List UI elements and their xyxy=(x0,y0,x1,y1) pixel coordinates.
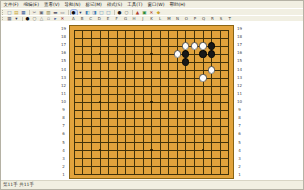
cell-Q5[interactable] xyxy=(199,138,208,146)
menu-item-4[interactable]: 标记(M) xyxy=(83,1,104,8)
cell-C18[interactable] xyxy=(87,34,96,42)
cell-G17[interactable] xyxy=(121,42,130,50)
cell-L4[interactable] xyxy=(156,146,165,154)
cell-J1[interactable] xyxy=(139,170,148,178)
cell-G2[interactable] xyxy=(121,162,130,170)
cell-D10[interactable] xyxy=(96,98,105,106)
cell-J4[interactable] xyxy=(139,146,148,154)
cell-D9[interactable] xyxy=(96,106,105,114)
cell-S10[interactable] xyxy=(216,98,225,106)
cell-J7[interactable] xyxy=(139,122,148,130)
cell-M7[interactable] xyxy=(164,122,173,130)
cell-M4[interactable] xyxy=(164,146,173,154)
cell-F13[interactable] xyxy=(113,74,122,82)
cell-E11[interactable] xyxy=(104,90,113,98)
cell-D17[interactable] xyxy=(96,42,105,50)
cell-E15[interactable] xyxy=(104,58,113,66)
cell-S13[interactable] xyxy=(216,74,225,82)
cell-B13[interactable] xyxy=(79,74,88,82)
cell-Q9[interactable] xyxy=(199,106,208,114)
cell-D19[interactable] xyxy=(96,26,105,34)
cell-K8[interactable] xyxy=(147,114,156,122)
cell-S5[interactable] xyxy=(216,138,225,146)
cell-A13[interactable] xyxy=(70,74,79,82)
cell-E17[interactable] xyxy=(104,42,113,50)
cell-N6[interactable] xyxy=(173,130,182,138)
cell-H1[interactable] xyxy=(130,170,139,178)
cell-Q17[interactable]: ○ xyxy=(199,42,208,50)
cell-K10[interactable] xyxy=(147,98,156,106)
cell-F19[interactable] xyxy=(113,26,122,34)
cell-O16[interactable]: ● xyxy=(182,50,191,58)
cell-J9[interactable] xyxy=(139,106,148,114)
cell-B2[interactable] xyxy=(79,162,88,170)
cell-K14[interactable] xyxy=(147,66,156,74)
cell-C3[interactable] xyxy=(87,154,96,162)
cell-B6[interactable] xyxy=(79,130,88,138)
cell-Q4[interactable] xyxy=(199,146,208,154)
cell-B9[interactable] xyxy=(79,106,88,114)
cell-S6[interactable] xyxy=(216,130,225,138)
cell-C8[interactable] xyxy=(87,114,96,122)
cell-T1[interactable] xyxy=(224,170,233,178)
cell-J15[interactable] xyxy=(139,58,148,66)
cell-R3[interactable] xyxy=(207,154,216,162)
cell-C19[interactable] xyxy=(87,26,96,34)
cell-H10[interactable] xyxy=(130,98,139,106)
cell-S1[interactable] xyxy=(216,170,225,178)
cell-T6[interactable] xyxy=(224,130,233,138)
cell-R16[interactable]: ● xyxy=(207,50,216,58)
cell-B11[interactable] xyxy=(79,90,88,98)
cell-N8[interactable] xyxy=(173,114,182,122)
cell-E9[interactable] xyxy=(104,106,113,114)
cell-F14[interactable] xyxy=(113,66,122,74)
cell-K19[interactable] xyxy=(147,26,156,34)
cell-T17[interactable] xyxy=(224,42,233,50)
cell-E2[interactable] xyxy=(104,162,113,170)
cell-C16[interactable] xyxy=(87,50,96,58)
cell-T15[interactable] xyxy=(224,58,233,66)
cell-G15[interactable] xyxy=(121,58,130,66)
cell-A9[interactable] xyxy=(70,106,79,114)
cell-B14[interactable] xyxy=(79,66,88,74)
cell-R1[interactable] xyxy=(207,170,216,178)
cell-D13[interactable] xyxy=(96,74,105,82)
cell-H2[interactable] xyxy=(130,162,139,170)
cell-C17[interactable] xyxy=(87,42,96,50)
cell-R13[interactable] xyxy=(207,74,216,82)
menu-item-1[interactable]: 编辑(E) xyxy=(21,1,41,8)
cell-P13[interactable] xyxy=(190,74,199,82)
cell-Q19[interactable] xyxy=(199,26,208,34)
go-board[interactable]: ○○○●○●●●●○○ xyxy=(69,25,234,179)
cell-F16[interactable] xyxy=(113,50,122,58)
cell-F17[interactable] xyxy=(113,42,122,50)
cell-T14[interactable] xyxy=(224,66,233,74)
cell-M15[interactable] xyxy=(164,58,173,66)
cell-F12[interactable] xyxy=(113,82,122,90)
cell-P11[interactable] xyxy=(190,90,199,98)
cell-P19[interactable] xyxy=(190,26,199,34)
cell-A6[interactable] xyxy=(70,130,79,138)
cell-N7[interactable] xyxy=(173,122,182,130)
cell-E16[interactable] xyxy=(104,50,113,58)
cell-Q1[interactable] xyxy=(199,170,208,178)
cell-O19[interactable] xyxy=(182,26,191,34)
cell-A11[interactable] xyxy=(70,90,79,98)
cell-O13[interactable] xyxy=(182,74,191,82)
cell-M17[interactable] xyxy=(164,42,173,50)
cell-M6[interactable] xyxy=(164,130,173,138)
cell-N9[interactable] xyxy=(173,106,182,114)
cell-O5[interactable] xyxy=(182,138,191,146)
cell-T11[interactable] xyxy=(224,90,233,98)
cell-S3[interactable] xyxy=(216,154,225,162)
cell-C2[interactable] xyxy=(87,162,96,170)
cell-J11[interactable] xyxy=(139,90,148,98)
cell-F8[interactable] xyxy=(113,114,122,122)
cell-N5[interactable] xyxy=(173,138,182,146)
cell-S4[interactable] xyxy=(216,146,225,154)
cell-A10[interactable] xyxy=(70,98,79,106)
cell-D1[interactable] xyxy=(96,170,105,178)
cell-S17[interactable] xyxy=(216,42,225,50)
cell-C13[interactable] xyxy=(87,74,96,82)
cell-A3[interactable] xyxy=(70,154,79,162)
cell-L3[interactable] xyxy=(156,154,165,162)
cell-S18[interactable] xyxy=(216,34,225,42)
cell-P10[interactable] xyxy=(190,98,199,106)
cell-O12[interactable] xyxy=(182,82,191,90)
cell-F15[interactable] xyxy=(113,58,122,66)
cell-L9[interactable] xyxy=(156,106,165,114)
cell-T19[interactable] xyxy=(224,26,233,34)
cell-R14[interactable]: ○ xyxy=(207,66,216,74)
cell-P7[interactable] xyxy=(190,122,199,130)
cell-J19[interactable] xyxy=(139,26,148,34)
cell-D18[interactable] xyxy=(96,34,105,42)
cell-F1[interactable] xyxy=(113,170,122,178)
cell-R18[interactable] xyxy=(207,34,216,42)
cell-B12[interactable] xyxy=(79,82,88,90)
cell-A19[interactable] xyxy=(70,26,79,34)
cell-S7[interactable] xyxy=(216,122,225,130)
cell-A18[interactable] xyxy=(70,34,79,42)
cell-P8[interactable] xyxy=(190,114,199,122)
cell-L2[interactable] xyxy=(156,162,165,170)
cell-J6[interactable] xyxy=(139,130,148,138)
cell-E1[interactable] xyxy=(104,170,113,178)
cell-L5[interactable] xyxy=(156,138,165,146)
cell-L8[interactable] xyxy=(156,114,165,122)
cell-K9[interactable] xyxy=(147,106,156,114)
cell-J14[interactable] xyxy=(139,66,148,74)
cell-T13[interactable] xyxy=(224,74,233,82)
cell-B3[interactable] xyxy=(79,154,88,162)
cell-B4[interactable] xyxy=(79,146,88,154)
cell-F5[interactable] xyxy=(113,138,122,146)
cell-D2[interactable] xyxy=(96,162,105,170)
cell-K6[interactable] xyxy=(147,130,156,138)
cell-E18[interactable] xyxy=(104,34,113,42)
cell-A1[interactable] xyxy=(70,170,79,178)
cell-P9[interactable] xyxy=(190,106,199,114)
cell-G7[interactable] xyxy=(121,122,130,130)
cell-N16[interactable]: ○ xyxy=(173,50,182,58)
cell-P4[interactable] xyxy=(190,146,199,154)
menu-item-3[interactable]: 导航(N) xyxy=(62,1,83,8)
cell-A5[interactable] xyxy=(70,138,79,146)
cell-N3[interactable] xyxy=(173,154,182,162)
cell-H9[interactable] xyxy=(130,106,139,114)
cell-C11[interactable] xyxy=(87,90,96,98)
cell-S16[interactable] xyxy=(216,50,225,58)
cell-O6[interactable] xyxy=(182,130,191,138)
cell-S19[interactable] xyxy=(216,26,225,34)
cell-Q16[interactable]: ● xyxy=(199,50,208,58)
cell-M2[interactable] xyxy=(164,162,173,170)
cell-G10[interactable] xyxy=(121,98,130,106)
cell-T3[interactable] xyxy=(224,154,233,162)
cell-C12[interactable] xyxy=(87,82,96,90)
cell-G18[interactable] xyxy=(121,34,130,42)
cell-T5[interactable] xyxy=(224,138,233,146)
cell-O4[interactable] xyxy=(182,146,191,154)
cell-B7[interactable] xyxy=(79,122,88,130)
cell-S2[interactable] xyxy=(216,162,225,170)
cell-M12[interactable] xyxy=(164,82,173,90)
cell-P3[interactable] xyxy=(190,154,199,162)
cell-P17[interactable]: ○ xyxy=(190,42,199,50)
cell-B19[interactable] xyxy=(79,26,88,34)
menu-item-5[interactable]: 样式(S) xyxy=(104,1,124,8)
cell-D14[interactable] xyxy=(96,66,105,74)
cell-C1[interactable] xyxy=(87,170,96,178)
cell-T4[interactable] xyxy=(224,146,233,154)
cell-L18[interactable] xyxy=(156,34,165,42)
cell-H18[interactable] xyxy=(130,34,139,42)
cell-M9[interactable] xyxy=(164,106,173,114)
cell-K1[interactable] xyxy=(147,170,156,178)
cell-J13[interactable] xyxy=(139,74,148,82)
cell-R7[interactable] xyxy=(207,122,216,130)
cell-N17[interactable] xyxy=(173,42,182,50)
cell-C14[interactable] xyxy=(87,66,96,74)
cell-A15[interactable] xyxy=(70,58,79,66)
cell-O8[interactable] xyxy=(182,114,191,122)
cell-M5[interactable] xyxy=(164,138,173,146)
cell-H11[interactable] xyxy=(130,90,139,98)
cell-D8[interactable] xyxy=(96,114,105,122)
cell-S15[interactable] xyxy=(216,58,225,66)
cell-Q8[interactable] xyxy=(199,114,208,122)
cell-O18[interactable] xyxy=(182,34,191,42)
cell-E5[interactable] xyxy=(104,138,113,146)
cell-F11[interactable] xyxy=(113,90,122,98)
cell-J8[interactable] xyxy=(139,114,148,122)
cell-L14[interactable] xyxy=(156,66,165,74)
cell-L12[interactable] xyxy=(156,82,165,90)
cell-K12[interactable] xyxy=(147,82,156,90)
cell-L16[interactable] xyxy=(156,50,165,58)
cell-J18[interactable] xyxy=(139,34,148,42)
cell-F6[interactable] xyxy=(113,130,122,138)
cell-L1[interactable] xyxy=(156,170,165,178)
cell-L19[interactable] xyxy=(156,26,165,34)
cell-F18[interactable] xyxy=(113,34,122,42)
cell-P14[interactable] xyxy=(190,66,199,74)
cell-N11[interactable] xyxy=(173,90,182,98)
menu-item-0[interactable]: 文件(F) xyxy=(1,1,21,8)
cell-G13[interactable] xyxy=(121,74,130,82)
cell-P15[interactable] xyxy=(190,58,199,66)
cell-E13[interactable] xyxy=(104,74,113,82)
cell-K15[interactable] xyxy=(147,58,156,66)
cell-D11[interactable] xyxy=(96,90,105,98)
cell-G19[interactable] xyxy=(121,26,130,34)
cell-B15[interactable] xyxy=(79,58,88,66)
cell-K3[interactable] xyxy=(147,154,156,162)
cell-H4[interactable] xyxy=(130,146,139,154)
cell-L15[interactable] xyxy=(156,58,165,66)
cell-G9[interactable] xyxy=(121,106,130,114)
cell-D3[interactable] xyxy=(96,154,105,162)
cell-G1[interactable] xyxy=(121,170,130,178)
cell-T9[interactable] xyxy=(224,106,233,114)
cell-T16[interactable] xyxy=(224,50,233,58)
cell-B17[interactable] xyxy=(79,42,88,50)
menu-item-7[interactable]: 窗口(W) xyxy=(145,1,167,8)
menu-item-6[interactable]: 工具(T) xyxy=(125,1,145,8)
cell-M13[interactable] xyxy=(164,74,173,82)
cell-B8[interactable] xyxy=(79,114,88,122)
cell-N1[interactable] xyxy=(173,170,182,178)
cell-G6[interactable] xyxy=(121,130,130,138)
cell-H17[interactable] xyxy=(130,42,139,50)
cell-E3[interactable] xyxy=(104,154,113,162)
cell-G16[interactable] xyxy=(121,50,130,58)
cell-M10[interactable] xyxy=(164,98,173,106)
cell-K13[interactable] xyxy=(147,74,156,82)
cell-D6[interactable] xyxy=(96,130,105,138)
cell-H6[interactable] xyxy=(130,130,139,138)
cell-H12[interactable] xyxy=(130,82,139,90)
cell-N19[interactable] xyxy=(173,26,182,34)
cell-J2[interactable] xyxy=(139,162,148,170)
cell-C5[interactable] xyxy=(87,138,96,146)
cell-G12[interactable] xyxy=(121,82,130,90)
cell-A17[interactable] xyxy=(70,42,79,50)
cell-R17[interactable]: ● xyxy=(207,42,216,50)
cell-G8[interactable] xyxy=(121,114,130,122)
cell-F10[interactable] xyxy=(113,98,122,106)
cell-F7[interactable] xyxy=(113,122,122,130)
cell-Q7[interactable] xyxy=(199,122,208,130)
cell-L7[interactable] xyxy=(156,122,165,130)
cell-S14[interactable] xyxy=(216,66,225,74)
cell-P1[interactable] xyxy=(190,170,199,178)
cell-E4[interactable] xyxy=(104,146,113,154)
cell-H14[interactable] xyxy=(130,66,139,74)
cell-H15[interactable] xyxy=(130,58,139,66)
cell-J12[interactable] xyxy=(139,82,148,90)
cell-A8[interactable] xyxy=(70,114,79,122)
cell-O1[interactable] xyxy=(182,170,191,178)
cell-D5[interactable] xyxy=(96,138,105,146)
cell-C7[interactable] xyxy=(87,122,96,130)
menu-item-8[interactable]: 帮助(H) xyxy=(167,1,188,8)
cell-Q12[interactable] xyxy=(199,82,208,90)
cell-T2[interactable] xyxy=(224,162,233,170)
cell-K2[interactable] xyxy=(147,162,156,170)
cell-L13[interactable] xyxy=(156,74,165,82)
cell-D16[interactable] xyxy=(96,50,105,58)
cell-N2[interactable] xyxy=(173,162,182,170)
cell-E10[interactable] xyxy=(104,98,113,106)
menu-item-2[interactable]: 查看(V) xyxy=(41,1,62,8)
cell-R2[interactable] xyxy=(207,162,216,170)
cell-C4[interactable] xyxy=(87,146,96,154)
cell-Q18[interactable] xyxy=(199,34,208,42)
cell-T10[interactable] xyxy=(224,98,233,106)
cell-N13[interactable] xyxy=(173,74,182,82)
cell-T7[interactable] xyxy=(224,122,233,130)
cell-N14[interactable] xyxy=(173,66,182,74)
cell-A14[interactable] xyxy=(70,66,79,74)
cell-M14[interactable] xyxy=(164,66,173,74)
cell-S9[interactable] xyxy=(216,106,225,114)
cell-T12[interactable] xyxy=(224,82,233,90)
cell-B16[interactable] xyxy=(79,50,88,58)
cell-A7[interactable] xyxy=(70,122,79,130)
cell-A16[interactable] xyxy=(70,50,79,58)
cell-H13[interactable] xyxy=(130,74,139,82)
cell-M3[interactable] xyxy=(164,154,173,162)
cell-E19[interactable] xyxy=(104,26,113,34)
cell-T8[interactable] xyxy=(224,114,233,122)
cell-L6[interactable] xyxy=(156,130,165,138)
cell-R4[interactable] xyxy=(207,146,216,154)
cell-E6[interactable] xyxy=(104,130,113,138)
cell-N10[interactable] xyxy=(173,98,182,106)
cell-M8[interactable] xyxy=(164,114,173,122)
cell-B18[interactable] xyxy=(79,34,88,42)
cell-P18[interactable] xyxy=(190,34,199,42)
cell-Q6[interactable] xyxy=(199,130,208,138)
cell-M19[interactable] xyxy=(164,26,173,34)
cell-R10[interactable] xyxy=(207,98,216,106)
cell-G11[interactable] xyxy=(121,90,130,98)
cell-O14[interactable] xyxy=(182,66,191,74)
cell-B5[interactable] xyxy=(79,138,88,146)
cell-L11[interactable] xyxy=(156,90,165,98)
cell-Q11[interactable] xyxy=(199,90,208,98)
cell-S11[interactable] xyxy=(216,90,225,98)
cell-M18[interactable] xyxy=(164,34,173,42)
cell-O15[interactable]: ● xyxy=(182,58,191,66)
cell-Q14[interactable] xyxy=(199,66,208,74)
cell-J3[interactable] xyxy=(139,154,148,162)
cell-J16[interactable] xyxy=(139,50,148,58)
cell-D7[interactable] xyxy=(96,122,105,130)
cell-E14[interactable] xyxy=(104,66,113,74)
cell-N18[interactable] xyxy=(173,34,182,42)
cell-Q2[interactable] xyxy=(199,162,208,170)
cell-N12[interactable] xyxy=(173,82,182,90)
cell-K5[interactable] xyxy=(147,138,156,146)
cell-A2[interactable] xyxy=(70,162,79,170)
